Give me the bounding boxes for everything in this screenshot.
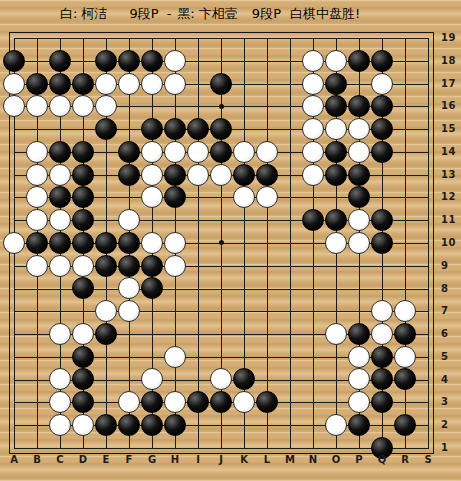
board-cell[interactable] bbox=[394, 95, 417, 118]
board-cell[interactable] bbox=[141, 254, 164, 277]
board-cell[interactable] bbox=[325, 209, 348, 232]
board-cell[interactable] bbox=[210, 323, 233, 346]
board-cell[interactable] bbox=[3, 231, 26, 254]
board-cell[interactable] bbox=[371, 186, 394, 209]
board-cell[interactable] bbox=[279, 27, 302, 50]
board-cell[interactable] bbox=[325, 140, 348, 163]
board-cell[interactable] bbox=[302, 414, 325, 437]
board-cell[interactable] bbox=[371, 163, 394, 186]
board-cell[interactable] bbox=[26, 95, 49, 118]
board-cell[interactable] bbox=[118, 345, 141, 368]
board-cell[interactable] bbox=[164, 277, 187, 300]
board-cell[interactable] bbox=[394, 49, 417, 72]
board-cell[interactable] bbox=[233, 391, 256, 414]
board-cell[interactable] bbox=[233, 163, 256, 186]
board-cell[interactable] bbox=[164, 368, 187, 391]
board-cell[interactable] bbox=[72, 27, 95, 50]
board-cell[interactable] bbox=[3, 391, 26, 414]
board-cell[interactable] bbox=[279, 414, 302, 437]
board-cell[interactable] bbox=[164, 254, 187, 277]
board-cell[interactable] bbox=[348, 414, 371, 437]
board-cell[interactable] bbox=[164, 345, 187, 368]
board-cell[interactable] bbox=[302, 72, 325, 95]
board-cell[interactable] bbox=[3, 49, 26, 72]
board-cell[interactable] bbox=[233, 368, 256, 391]
board-cell[interactable] bbox=[49, 414, 72, 437]
board-cell[interactable] bbox=[210, 414, 233, 437]
board-cell[interactable] bbox=[3, 300, 26, 323]
board-cell[interactable] bbox=[95, 209, 118, 232]
board-cell[interactable] bbox=[256, 163, 279, 186]
board-cell[interactable] bbox=[49, 163, 72, 186]
board-cell[interactable] bbox=[394, 140, 417, 163]
board-cell[interactable] bbox=[187, 163, 210, 186]
board-cell[interactable] bbox=[256, 391, 279, 414]
board-cell[interactable] bbox=[279, 186, 302, 209]
board-cell[interactable] bbox=[118, 27, 141, 50]
board-cell[interactable] bbox=[164, 27, 187, 50]
board-cell[interactable] bbox=[118, 300, 141, 323]
board-cell[interactable] bbox=[49, 49, 72, 72]
board-cell[interactable] bbox=[417, 414, 440, 437]
board-cell[interactable] bbox=[26, 368, 49, 391]
board-cell[interactable] bbox=[164, 209, 187, 232]
board-cell[interactable] bbox=[72, 323, 95, 346]
board-cell[interactable] bbox=[371, 323, 394, 346]
board-cell[interactable] bbox=[72, 72, 95, 95]
board-cell[interactable] bbox=[325, 414, 348, 437]
board-cell[interactable] bbox=[348, 95, 371, 118]
board-cell[interactable] bbox=[95, 277, 118, 300]
board-cell[interactable] bbox=[279, 49, 302, 72]
board-cell[interactable] bbox=[256, 254, 279, 277]
board-cell[interactable] bbox=[26, 300, 49, 323]
board-cell[interactable] bbox=[26, 27, 49, 50]
board-cell[interactable] bbox=[394, 277, 417, 300]
board-cell[interactable] bbox=[279, 95, 302, 118]
board-cell[interactable] bbox=[118, 72, 141, 95]
board-cell[interactable] bbox=[417, 27, 440, 50]
board-cell[interactable] bbox=[371, 277, 394, 300]
board-cell[interactable] bbox=[187, 231, 210, 254]
board-cell[interactable] bbox=[233, 231, 256, 254]
board-cell[interactable] bbox=[256, 300, 279, 323]
board-cell[interactable] bbox=[141, 72, 164, 95]
board-cell[interactable] bbox=[371, 49, 394, 72]
board-cell[interactable] bbox=[302, 118, 325, 141]
board-cell[interactable] bbox=[325, 163, 348, 186]
board-cell[interactable] bbox=[394, 323, 417, 346]
board-cell[interactable] bbox=[3, 414, 26, 437]
board-cell[interactable] bbox=[233, 277, 256, 300]
board-cell[interactable] bbox=[72, 277, 95, 300]
board-cell[interactable] bbox=[302, 277, 325, 300]
board-cell[interactable] bbox=[118, 95, 141, 118]
board-cell[interactable] bbox=[348, 368, 371, 391]
board-cell[interactable] bbox=[302, 391, 325, 414]
board-cell[interactable] bbox=[118, 368, 141, 391]
board-cell[interactable] bbox=[141, 368, 164, 391]
board-cell[interactable] bbox=[371, 254, 394, 277]
board-cell[interactable] bbox=[279, 368, 302, 391]
board-cell[interactable] bbox=[187, 254, 210, 277]
board-cell[interactable] bbox=[210, 186, 233, 209]
board-cell[interactable] bbox=[233, 254, 256, 277]
board-cell[interactable] bbox=[233, 27, 256, 50]
board-cell[interactable] bbox=[371, 231, 394, 254]
board-cell[interactable] bbox=[118, 163, 141, 186]
board-cell[interactable] bbox=[325, 27, 348, 50]
board-cell[interactable] bbox=[279, 345, 302, 368]
board-cell[interactable] bbox=[72, 163, 95, 186]
board-cell[interactable] bbox=[256, 95, 279, 118]
board-cell[interactable] bbox=[394, 27, 417, 50]
board-cell[interactable] bbox=[26, 186, 49, 209]
board-cell[interactable] bbox=[95, 118, 118, 141]
board-cell[interactable] bbox=[118, 231, 141, 254]
board-cell[interactable] bbox=[348, 163, 371, 186]
board-cell[interactable] bbox=[95, 186, 118, 209]
board-cell[interactable] bbox=[141, 209, 164, 232]
board-cell[interactable] bbox=[394, 186, 417, 209]
board-cell[interactable] bbox=[72, 254, 95, 277]
board-cell[interactable] bbox=[187, 209, 210, 232]
board-cell[interactable] bbox=[417, 323, 440, 346]
board-cell[interactable] bbox=[348, 72, 371, 95]
board-cell[interactable] bbox=[3, 95, 26, 118]
board-cell[interactable] bbox=[302, 140, 325, 163]
board-cell[interactable] bbox=[3, 72, 26, 95]
board-cell[interactable] bbox=[210, 254, 233, 277]
board-cell[interactable] bbox=[348, 27, 371, 50]
board-cell[interactable] bbox=[417, 391, 440, 414]
board-cell[interactable] bbox=[417, 368, 440, 391]
board-cell[interactable] bbox=[210, 368, 233, 391]
board-cell[interactable] bbox=[141, 163, 164, 186]
board-cell[interactable] bbox=[279, 300, 302, 323]
board-cell[interactable] bbox=[164, 391, 187, 414]
board-cell[interactable] bbox=[279, 277, 302, 300]
board-cell[interactable] bbox=[348, 391, 371, 414]
board-cell[interactable] bbox=[141, 27, 164, 50]
board-cell[interactable] bbox=[394, 414, 417, 437]
board-cell[interactable] bbox=[302, 95, 325, 118]
board-cell[interactable] bbox=[49, 254, 72, 277]
board-cell[interactable] bbox=[187, 140, 210, 163]
board-cell[interactable] bbox=[417, 49, 440, 72]
board-cell[interactable] bbox=[348, 254, 371, 277]
board-cell[interactable] bbox=[348, 49, 371, 72]
board-cell[interactable] bbox=[49, 345, 72, 368]
board-cell[interactable] bbox=[72, 186, 95, 209]
board-cell[interactable] bbox=[164, 140, 187, 163]
board-cell[interactable] bbox=[141, 118, 164, 141]
board-cell[interactable] bbox=[233, 414, 256, 437]
board-cell[interactable] bbox=[394, 209, 417, 232]
board-cell[interactable] bbox=[118, 414, 141, 437]
board-cell[interactable] bbox=[3, 163, 26, 186]
board-cell[interactable] bbox=[371, 95, 394, 118]
board-cell[interactable] bbox=[325, 391, 348, 414]
board-cell[interactable] bbox=[49, 277, 72, 300]
board-cell[interactable] bbox=[95, 323, 118, 346]
board-cell[interactable] bbox=[348, 118, 371, 141]
board-cell[interactable] bbox=[210, 95, 233, 118]
board-cell[interactable] bbox=[233, 118, 256, 141]
board-cell[interactable] bbox=[302, 27, 325, 50]
board-cell[interactable] bbox=[141, 414, 164, 437]
board-cell[interactable] bbox=[325, 72, 348, 95]
board-cell[interactable] bbox=[325, 323, 348, 346]
board-cell[interactable] bbox=[49, 391, 72, 414]
board-cell[interactable] bbox=[233, 323, 256, 346]
board-cell[interactable] bbox=[49, 27, 72, 50]
board-cell[interactable] bbox=[256, 345, 279, 368]
board-cell[interactable] bbox=[95, 95, 118, 118]
board-cell[interactable] bbox=[141, 391, 164, 414]
board-cell[interactable] bbox=[256, 368, 279, 391]
board-cell[interactable] bbox=[394, 231, 417, 254]
board-cell[interactable] bbox=[371, 118, 394, 141]
board-cell[interactable] bbox=[302, 49, 325, 72]
board-cell[interactable] bbox=[26, 140, 49, 163]
board-cell[interactable] bbox=[49, 140, 72, 163]
board-cell[interactable] bbox=[3, 186, 26, 209]
board-cell[interactable] bbox=[26, 72, 49, 95]
board-cell[interactable] bbox=[233, 300, 256, 323]
board-cell[interactable] bbox=[417, 277, 440, 300]
board-cell[interactable] bbox=[187, 323, 210, 346]
board-cell[interactable] bbox=[49, 186, 72, 209]
board-cell[interactable] bbox=[187, 72, 210, 95]
board-cell[interactable] bbox=[348, 345, 371, 368]
board-cell[interactable] bbox=[95, 391, 118, 414]
board-cell[interactable] bbox=[164, 72, 187, 95]
board-cell[interactable] bbox=[325, 368, 348, 391]
board-cell[interactable] bbox=[118, 277, 141, 300]
board-cell[interactable] bbox=[26, 391, 49, 414]
board-cell[interactable] bbox=[187, 368, 210, 391]
board-cell[interactable] bbox=[72, 391, 95, 414]
board-cell[interactable] bbox=[49, 231, 72, 254]
board-cell[interactable] bbox=[164, 231, 187, 254]
board-cell[interactable] bbox=[210, 391, 233, 414]
board-cell[interactable] bbox=[394, 72, 417, 95]
board-cell[interactable] bbox=[348, 323, 371, 346]
board-cell[interactable] bbox=[279, 323, 302, 346]
board-cell[interactable] bbox=[141, 323, 164, 346]
board-cell[interactable] bbox=[371, 209, 394, 232]
board-cell[interactable] bbox=[118, 186, 141, 209]
board-cell[interactable] bbox=[26, 231, 49, 254]
board-cell[interactable] bbox=[49, 300, 72, 323]
board-cell[interactable] bbox=[417, 118, 440, 141]
board-cell[interactable] bbox=[72, 345, 95, 368]
board-cell[interactable] bbox=[348, 186, 371, 209]
board-cell[interactable] bbox=[325, 345, 348, 368]
board-cell[interactable] bbox=[302, 323, 325, 346]
board-cell[interactable] bbox=[394, 300, 417, 323]
board-cell[interactable] bbox=[141, 300, 164, 323]
board-cell[interactable] bbox=[210, 345, 233, 368]
board-cell[interactable] bbox=[187, 345, 210, 368]
board-cell[interactable] bbox=[187, 95, 210, 118]
board-cell[interactable] bbox=[49, 118, 72, 141]
board-cell[interactable] bbox=[26, 209, 49, 232]
board-cell[interactable] bbox=[3, 118, 26, 141]
board-cell[interactable] bbox=[279, 72, 302, 95]
board-cell[interactable] bbox=[3, 368, 26, 391]
board-cell[interactable] bbox=[141, 231, 164, 254]
board-cell[interactable] bbox=[72, 300, 95, 323]
board-cell[interactable] bbox=[72, 414, 95, 437]
board-cell[interactable] bbox=[72, 368, 95, 391]
board-cell[interactable] bbox=[164, 49, 187, 72]
board-cell[interactable] bbox=[256, 118, 279, 141]
board-cell[interactable] bbox=[256, 27, 279, 50]
board-cell[interactable] bbox=[417, 345, 440, 368]
board-cell[interactable] bbox=[118, 140, 141, 163]
board-cell[interactable] bbox=[26, 345, 49, 368]
board-cell[interactable] bbox=[233, 49, 256, 72]
board-cell[interactable] bbox=[118, 391, 141, 414]
board-cell[interactable] bbox=[279, 118, 302, 141]
board-cell[interactable] bbox=[3, 254, 26, 277]
board-cell[interactable] bbox=[394, 345, 417, 368]
board-cell[interactable] bbox=[187, 118, 210, 141]
board-cell[interactable] bbox=[348, 277, 371, 300]
board-cell[interactable] bbox=[49, 323, 72, 346]
board-cell[interactable] bbox=[49, 209, 72, 232]
board-cell[interactable] bbox=[417, 72, 440, 95]
board-cell[interactable] bbox=[348, 231, 371, 254]
board-cell[interactable] bbox=[95, 300, 118, 323]
board-cell[interactable] bbox=[95, 231, 118, 254]
board-cell[interactable] bbox=[118, 118, 141, 141]
board-cell[interactable] bbox=[394, 163, 417, 186]
board-cell[interactable] bbox=[256, 49, 279, 72]
board-cell[interactable] bbox=[256, 231, 279, 254]
board-cell[interactable] bbox=[394, 368, 417, 391]
board-cell[interactable] bbox=[26, 277, 49, 300]
board-cell[interactable] bbox=[95, 27, 118, 50]
board-cell[interactable] bbox=[95, 345, 118, 368]
board-cell[interactable] bbox=[187, 300, 210, 323]
board-cell[interactable] bbox=[233, 209, 256, 232]
board-cell[interactable] bbox=[187, 414, 210, 437]
board-cell[interactable] bbox=[187, 277, 210, 300]
board-cell[interactable] bbox=[417, 231, 440, 254]
board-cell[interactable] bbox=[302, 163, 325, 186]
board-cell[interactable] bbox=[325, 186, 348, 209]
board-cell[interactable] bbox=[371, 27, 394, 50]
board-cell[interactable] bbox=[325, 95, 348, 118]
board-cell[interactable] bbox=[164, 118, 187, 141]
board-cell[interactable] bbox=[279, 209, 302, 232]
board-cell[interactable] bbox=[210, 231, 233, 254]
board-cell[interactable] bbox=[371, 391, 394, 414]
board-cell[interactable] bbox=[417, 254, 440, 277]
board-cell[interactable] bbox=[302, 209, 325, 232]
board-cell[interactable] bbox=[256, 277, 279, 300]
board-cell[interactable] bbox=[325, 49, 348, 72]
board-cell[interactable] bbox=[210, 140, 233, 163]
board-cell[interactable] bbox=[26, 254, 49, 277]
board-cell[interactable] bbox=[95, 72, 118, 95]
board-cell[interactable] bbox=[348, 209, 371, 232]
board-cell[interactable] bbox=[72, 49, 95, 72]
board-cell[interactable] bbox=[302, 231, 325, 254]
board-cell[interactable] bbox=[279, 140, 302, 163]
board-cell[interactable] bbox=[118, 209, 141, 232]
board-cell[interactable] bbox=[3, 140, 26, 163]
board-cell[interactable] bbox=[256, 72, 279, 95]
board-cell[interactable] bbox=[256, 186, 279, 209]
board-cell[interactable] bbox=[210, 209, 233, 232]
board-cell[interactable] bbox=[49, 95, 72, 118]
board-cell[interactable] bbox=[210, 300, 233, 323]
board-cell[interactable] bbox=[394, 118, 417, 141]
board-cell[interactable] bbox=[118, 323, 141, 346]
board-cell[interactable] bbox=[371, 140, 394, 163]
board-cell[interactable] bbox=[164, 323, 187, 346]
board-cell[interactable] bbox=[95, 368, 118, 391]
board-cell[interactable] bbox=[187, 391, 210, 414]
board-cell[interactable] bbox=[256, 209, 279, 232]
board-cell[interactable] bbox=[302, 186, 325, 209]
board-cell[interactable] bbox=[3, 209, 26, 232]
board-cell[interactable] bbox=[279, 231, 302, 254]
board-cell[interactable] bbox=[72, 140, 95, 163]
board-cell[interactable] bbox=[164, 414, 187, 437]
board-cell[interactable] bbox=[256, 140, 279, 163]
board-cell[interactable] bbox=[417, 95, 440, 118]
board-cell[interactable] bbox=[141, 277, 164, 300]
board-cell[interactable] bbox=[348, 300, 371, 323]
board-cell[interactable] bbox=[233, 95, 256, 118]
board-cell[interactable] bbox=[325, 277, 348, 300]
board-cell[interactable] bbox=[302, 368, 325, 391]
board-cell[interactable] bbox=[371, 300, 394, 323]
board-cell[interactable] bbox=[325, 254, 348, 277]
board-cell[interactable] bbox=[302, 300, 325, 323]
board-cell[interactable] bbox=[210, 49, 233, 72]
board-cell[interactable] bbox=[72, 118, 95, 141]
board-cell[interactable] bbox=[417, 300, 440, 323]
board-cell[interactable] bbox=[26, 163, 49, 186]
board-cell[interactable] bbox=[210, 163, 233, 186]
board-cell[interactable] bbox=[187, 186, 210, 209]
board-cell[interactable] bbox=[3, 277, 26, 300]
board-cell[interactable] bbox=[95, 414, 118, 437]
board-cell[interactable] bbox=[233, 72, 256, 95]
board-cell[interactable] bbox=[141, 186, 164, 209]
board-cell[interactable] bbox=[348, 140, 371, 163]
board-cell[interactable] bbox=[72, 231, 95, 254]
board-cell[interactable] bbox=[26, 323, 49, 346]
board-cell[interactable] bbox=[394, 254, 417, 277]
board-cell[interactable] bbox=[371, 368, 394, 391]
board-cell[interactable] bbox=[26, 414, 49, 437]
board-cell[interactable] bbox=[118, 49, 141, 72]
board-cell[interactable] bbox=[49, 368, 72, 391]
board-cell[interactable] bbox=[417, 186, 440, 209]
board-cell[interactable] bbox=[141, 49, 164, 72]
board-cell[interactable] bbox=[26, 49, 49, 72]
board-cell[interactable] bbox=[95, 49, 118, 72]
board-cell[interactable] bbox=[233, 140, 256, 163]
board-cell[interactable] bbox=[141, 345, 164, 368]
